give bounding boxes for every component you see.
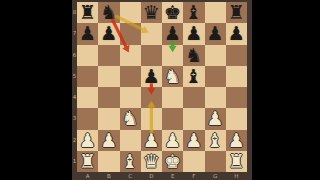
square-b4[interactable] xyxy=(98,87,119,108)
white-rook-h1: ♜ xyxy=(228,151,245,170)
black-knight-b8: ♞ xyxy=(100,3,117,22)
file-label-b: B xyxy=(105,174,113,180)
square-g8[interactable] xyxy=(205,2,226,23)
rank-label-4: 4 xyxy=(72,95,77,101)
square-b8[interactable]: ♞ xyxy=(98,2,119,23)
file-label-e: E xyxy=(169,174,177,180)
square-e6[interactable] xyxy=(162,45,183,66)
square-b5[interactable] xyxy=(98,66,119,87)
square-e3[interactable] xyxy=(162,108,183,129)
black-bishop-f8: ♝ xyxy=(185,3,202,22)
square-c2[interactable] xyxy=(120,130,141,151)
white-king-e1: ♚ xyxy=(164,151,181,170)
square-a7[interactable]: ♟ xyxy=(77,23,98,44)
file-label-f: F xyxy=(190,174,198,180)
square-g2[interactable]: ♝ xyxy=(205,130,226,151)
square-e1[interactable]: ♚ xyxy=(162,151,183,172)
white-queen-d1: ♛ xyxy=(143,151,160,170)
black-bar-left xyxy=(0,0,72,180)
square-a5[interactable] xyxy=(77,66,98,87)
square-b2[interactable]: ♟ xyxy=(98,130,119,151)
square-g1[interactable] xyxy=(205,151,226,172)
file-label-c: C xyxy=(126,174,134,180)
square-h5[interactable] xyxy=(226,66,247,87)
square-c6[interactable] xyxy=(120,45,141,66)
black-knight-f6: ♞ xyxy=(185,45,202,64)
white-bishop-c1: ♝ xyxy=(122,151,139,170)
square-d3[interactable] xyxy=(141,108,162,129)
square-a4[interactable] xyxy=(77,87,98,108)
rank-label-3: 3 xyxy=(72,116,77,122)
file-label-d: D xyxy=(147,174,155,180)
square-h2[interactable]: ♟ xyxy=(226,130,247,151)
chess-board: ♜♞♛♚♝♜♟♟♟♟♟♟♞♟♞♝♞♟♟♟♟♟♟♝♟♜♝♛♚♜ xyxy=(77,2,247,172)
file-label-h: H xyxy=(232,174,240,180)
white-knight-e5: ♞ xyxy=(164,66,181,85)
white-pawn-d2: ♟ xyxy=(143,130,160,149)
black-pawn-e7: ♟ xyxy=(164,24,181,43)
square-a1[interactable]: ♜ xyxy=(77,151,98,172)
rank-label-7: 7 xyxy=(72,31,77,37)
square-g7[interactable]: ♟ xyxy=(205,23,226,44)
black-bar-right xyxy=(252,0,320,180)
square-b3[interactable] xyxy=(98,108,119,129)
square-b7[interactable]: ♟ xyxy=(98,23,119,44)
square-a3[interactable] xyxy=(77,108,98,129)
square-e2[interactable]: ♟ xyxy=(162,130,183,151)
square-e7[interactable]: ♟ xyxy=(162,23,183,44)
white-bishop-g2: ♝ xyxy=(207,130,224,149)
black-pawn-f7: ♟ xyxy=(185,24,202,43)
square-a6[interactable] xyxy=(77,45,98,66)
square-b1[interactable] xyxy=(98,151,119,172)
square-a8[interactable]: ♜ xyxy=(77,2,98,23)
square-g3[interactable]: ♟ xyxy=(205,108,226,129)
file-label-g: G xyxy=(211,174,219,180)
square-h6[interactable] xyxy=(226,45,247,66)
rank-label-8: 8 xyxy=(72,10,77,16)
square-f1[interactable] xyxy=(183,151,204,172)
board-frame: ♜♞♛♚♝♜♟♟♟♟♟♟♞♟♞♝♞♟♟♟♟♟♟♝♟♜♝♛♚♜ 87654321A… xyxy=(72,0,252,180)
black-king-e8: ♚ xyxy=(164,3,181,22)
square-d7[interactable] xyxy=(141,23,162,44)
black-rook-a8: ♜ xyxy=(79,3,96,22)
square-d5[interactable]: ♟ xyxy=(141,66,162,87)
square-f4[interactable] xyxy=(183,87,204,108)
square-f2[interactable]: ♟ xyxy=(183,130,204,151)
square-c3[interactable]: ♞ xyxy=(120,108,141,129)
square-g6[interactable] xyxy=(205,45,226,66)
square-g4[interactable] xyxy=(205,87,226,108)
square-g5[interactable] xyxy=(205,66,226,87)
square-d8[interactable]: ♛ xyxy=(141,2,162,23)
square-d6[interactable] xyxy=(141,45,162,66)
white-pawn-a2: ♟ xyxy=(79,130,96,149)
square-d2[interactable]: ♟ xyxy=(141,130,162,151)
square-e4[interactable] xyxy=(162,87,183,108)
square-c5[interactable] xyxy=(120,66,141,87)
black-bishop-f5: ♝ xyxy=(185,66,202,85)
square-b6[interactable] xyxy=(98,45,119,66)
black-pawn-b7: ♟ xyxy=(100,24,117,43)
white-knight-c3: ♞ xyxy=(122,109,139,128)
white-pawn-e2: ♟ xyxy=(164,130,181,149)
square-c7[interactable] xyxy=(120,23,141,44)
rank-label-2: 2 xyxy=(72,138,77,144)
black-pawn-h7: ♟ xyxy=(228,24,245,43)
square-c1[interactable]: ♝ xyxy=(120,151,141,172)
white-pawn-b2: ♟ xyxy=(100,130,117,149)
rank-label-1: 1 xyxy=(72,159,77,165)
square-c8[interactable] xyxy=(120,2,141,23)
square-f6[interactable]: ♞ xyxy=(183,45,204,66)
square-f7[interactable]: ♟ xyxy=(183,23,204,44)
white-rook-a1: ♜ xyxy=(79,151,96,170)
square-h7[interactable]: ♟ xyxy=(226,23,247,44)
square-e5[interactable]: ♞ xyxy=(162,66,183,87)
rank-label-5: 5 xyxy=(72,74,77,80)
black-pawn-a7: ♟ xyxy=(79,24,96,43)
white-pawn-h2: ♟ xyxy=(228,130,245,149)
square-f3[interactable] xyxy=(183,108,204,129)
square-h8[interactable]: ♜ xyxy=(226,2,247,23)
square-d1[interactable]: ♛ xyxy=(141,151,162,172)
square-d4[interactable] xyxy=(141,87,162,108)
white-pawn-f2: ♟ xyxy=(185,130,202,149)
black-queen-d8: ♛ xyxy=(143,3,160,22)
square-h4[interactable] xyxy=(226,87,247,108)
square-c4[interactable] xyxy=(120,87,141,108)
square-h1[interactable]: ♜ xyxy=(226,151,247,172)
square-e8[interactable]: ♚ xyxy=(162,2,183,23)
file-label-a: A xyxy=(84,174,92,180)
white-pawn-g3: ♟ xyxy=(207,109,224,128)
square-a2[interactable]: ♟ xyxy=(77,130,98,151)
black-pawn-d5: ♟ xyxy=(143,66,160,85)
square-f5[interactable]: ♝ xyxy=(183,66,204,87)
square-f8[interactable]: ♝ xyxy=(183,2,204,23)
black-pawn-g7: ♟ xyxy=(207,24,224,43)
square-h3[interactable] xyxy=(226,108,247,129)
rank-label-6: 6 xyxy=(72,53,77,59)
black-rook-h8: ♜ xyxy=(228,3,245,22)
